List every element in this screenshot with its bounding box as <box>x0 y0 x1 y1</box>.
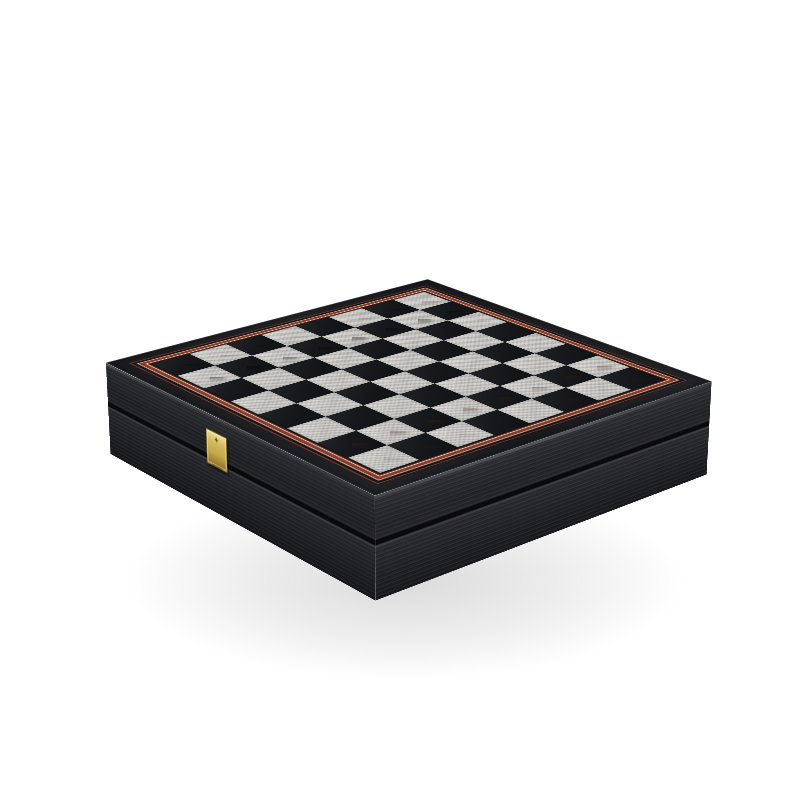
square-c8[interactable] <box>226 335 287 356</box>
square-e8[interactable] <box>295 317 355 337</box>
black-queen-glyph: ♛ <box>255 262 327 342</box>
square-h7[interactable] <box>420 302 479 321</box>
square-d7[interactable] <box>287 337 348 358</box>
chess-case: ♜♞♝♛♚♝♞♜♟♟♟♟♟♟♟♟♟♟♟♟♟♟♟♟♜♞♝♛♚♝♞♜ ✦ <box>190 157 620 587</box>
brand-emblem-icon: ✦ <box>214 433 219 446</box>
black-bishop-glyph: ♝ <box>328 257 388 324</box>
square-e7[interactable] <box>322 328 383 348</box>
case-lid-top: ♜♞♝♛♚♝♞♜♟♟♟♟♟♟♟♟♟♟♟♟♟♟♟♟♜♞♝♛♚♝♞♜ ✦ <box>106 279 712 496</box>
black-rook-glyph: ♜ <box>396 249 448 307</box>
black-pawn-glyph: ♟ <box>429 271 470 317</box>
black-bishop-glyph: ♝ <box>225 282 287 351</box>
square-h8[interactable] <box>393 292 451 310</box>
square-g7[interactable] <box>388 310 447 329</box>
black-pawn-glyph: ♟ <box>397 279 439 326</box>
square-c7[interactable] <box>252 346 314 367</box>
black-pawn-glyph: ♟ <box>364 288 406 335</box>
square-d6[interactable] <box>314 348 377 370</box>
clasp-engraving <box>212 463 223 471</box>
black-pawn-glyph: ♟ <box>261 314 305 363</box>
black-knight-glyph: ♞ <box>362 251 419 315</box>
square-f6[interactable] <box>382 329 443 349</box>
black-pawn-glyph: ♟ <box>296 305 339 353</box>
black-pawn-glyph: ♟ <box>331 296 374 344</box>
copper-rook-glyph: ♜ <box>352 395 416 467</box>
square-f7[interactable] <box>355 319 415 339</box>
brass-clasp: ✦ <box>206 428 228 474</box>
square-d8[interactable] <box>261 326 321 346</box>
square-e6[interactable] <box>349 339 411 360</box>
square-f8[interactable] <box>329 308 388 327</box>
black-king-glyph: ♚ <box>287 247 365 333</box>
scene: ♜♞♝♛♚♝♞♜♟♟♟♟♟♟♟♟♟♟♟♟♟♟♟♟♜♞♝♛♚♝♞♜ ✦ <box>0 0 800 800</box>
black-pawn-glyph: ♟ <box>187 333 232 383</box>
square-g8[interactable] <box>362 300 420 319</box>
